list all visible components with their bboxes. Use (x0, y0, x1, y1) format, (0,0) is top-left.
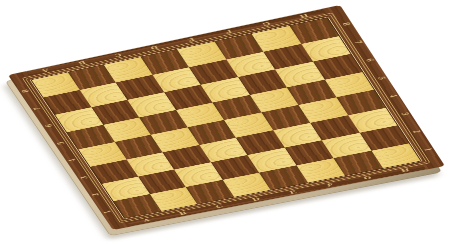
file-label-top-h: H (299, 13, 310, 19)
rank-label-left-4: 4 (67, 158, 77, 162)
file-label-bottom-a: A (142, 218, 151, 223)
rank-label-right-1: 1 (422, 147, 432, 151)
file-label-top-a: A (41, 68, 50, 73)
file-label-top-d: D (150, 45, 160, 50)
rank-label-right-5: 5 (376, 76, 386, 81)
rank-label-right-6: 6 (364, 58, 374, 63)
file-label-bottom-g: G (363, 175, 373, 180)
file-label-top-f: F (224, 29, 233, 34)
file-label-top-b: B (77, 60, 87, 65)
file-label-bottom-h: H (400, 168, 411, 174)
rank-label-left-1: 1 (102, 210, 112, 214)
rank-label-left-2: 2 (91, 193, 101, 197)
file-label-top-g: G (261, 21, 271, 27)
rank-label-right-2: 2 (411, 130, 421, 134)
file-label-bottom-d: D (251, 197, 261, 202)
rank-label-left-6: 6 (44, 124, 54, 128)
file-label-bottom-b: B (178, 211, 187, 216)
chess-board: ABCDEFGH ABCDEFGH 87654321 87654321 (8, 5, 445, 230)
file-label-top-e: E (187, 37, 196, 42)
rank-label-right-4: 4 (387, 94, 397, 99)
file-label-bottom-f: F (326, 182, 335, 187)
rank-label-left-7: 7 (32, 106, 42, 110)
rank-label-left-8: 8 (20, 89, 30, 93)
rank-label-right-3: 3 (399, 112, 409, 116)
rank-label-right-7: 7 (352, 40, 362, 45)
chessboard-product-photo: ABCDEFGH ABCDEFGH 87654321 87654321 (0, 0, 450, 245)
rank-label-right-8: 8 (341, 22, 351, 27)
rank-label-left-3: 3 (79, 175, 89, 179)
file-label-bottom-e: E (288, 190, 297, 195)
file-label-bottom-c: C (215, 204, 224, 209)
file-label-top-c: C (113, 52, 122, 57)
rank-label-left-5: 5 (56, 141, 66, 145)
